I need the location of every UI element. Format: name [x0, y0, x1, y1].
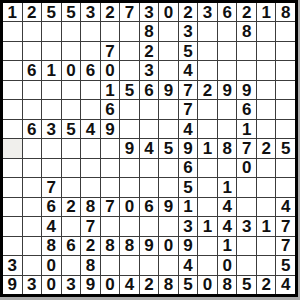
cell-r15c3[interactable]: 0	[42, 276, 61, 294]
cell-r2c4[interactable]	[62, 22, 81, 40]
cell-r5c1[interactable]	[3, 81, 22, 99]
cell-r11c2[interactable]	[23, 198, 42, 216]
cell-r8c8[interactable]: 4	[140, 139, 159, 157]
cell-r2c6[interactable]	[101, 22, 120, 40]
cell-r6c15[interactable]	[276, 100, 295, 118]
number-grid-board: 1255327302362188387256106034156972996766…	[3, 3, 295, 294]
cell-r11c1[interactable]	[3, 198, 22, 216]
cell-r5c11[interactable]: 2	[198, 81, 217, 99]
cell-r6c14[interactable]	[257, 100, 276, 118]
cell-r9c8[interactable]	[140, 159, 159, 177]
cell-r15c2[interactable]: 3	[23, 276, 42, 294]
cell-r15c7[interactable]: 4	[120, 276, 139, 294]
cell-r4c14[interactable]	[257, 61, 276, 79]
cell-r12c13[interactable]: 3	[237, 217, 256, 235]
cell-r14c10[interactable]: 4	[179, 256, 198, 274]
cell-r11c13[interactable]	[237, 198, 256, 216]
cell-r14c7[interactable]	[120, 256, 139, 274]
cell-r7c12[interactable]	[218, 120, 237, 138]
cell-r3c12[interactable]	[218, 42, 237, 60]
cell-r9c11[interactable]	[198, 159, 217, 177]
cell-r5c15[interactable]	[276, 81, 295, 99]
cell-r8c10[interactable]: 9	[179, 139, 198, 157]
cell-r11c6[interactable]: 7	[101, 198, 120, 216]
cell-r2c12[interactable]	[218, 22, 237, 40]
cell-r7c1[interactable]	[3, 120, 22, 138]
cell-r5c13[interactable]: 9	[237, 81, 256, 99]
cell-r1c9[interactable]: 0	[159, 3, 178, 21]
cell-r10c6[interactable]	[101, 178, 120, 196]
cell-r7c5[interactable]: 4	[81, 120, 100, 138]
cell-r13c3[interactable]: 8	[42, 237, 61, 255]
cell-r9c5[interactable]	[81, 159, 100, 177]
cell-r3c5[interactable]	[81, 42, 100, 60]
cell-r10c5[interactable]	[81, 178, 100, 196]
cell-r3c9[interactable]	[159, 42, 178, 60]
cell-r15c4[interactable]: 3	[62, 276, 81, 294]
cell-r15c13[interactable]: 5	[237, 276, 256, 294]
cell-r7c15[interactable]	[276, 120, 295, 138]
cell-r3c3[interactable]	[42, 42, 61, 60]
cell-r4c11[interactable]	[198, 61, 217, 79]
cell-r12c9[interactable]	[159, 217, 178, 235]
cell-r14c6[interactable]	[101, 256, 120, 274]
cell-r11c11[interactable]	[198, 198, 217, 216]
cell-r5c14[interactable]	[257, 81, 276, 99]
cell-r13c13[interactable]	[237, 237, 256, 255]
cell-r1c15[interactable]: 8	[276, 3, 295, 21]
cell-r2c13[interactable]: 8	[237, 22, 256, 40]
cell-r1c7[interactable]: 7	[120, 3, 139, 21]
cell-r9c10[interactable]: 6	[179, 159, 198, 177]
cell-r10c12[interactable]: 1	[218, 178, 237, 196]
cell-r15c1[interactable]: 9	[3, 276, 22, 294]
cell-r3c4[interactable]	[62, 42, 81, 60]
cell-r10c15[interactable]	[276, 178, 295, 196]
cell-r11c10[interactable]: 1	[179, 198, 198, 216]
cell-r13c8[interactable]: 9	[140, 237, 159, 255]
cell-r10c11[interactable]	[198, 178, 217, 196]
cell-r2c7[interactable]	[120, 22, 139, 40]
cell-r7c13[interactable]: 1	[237, 120, 256, 138]
cell-r8c3[interactable]	[42, 139, 61, 157]
cell-r6c9[interactable]	[159, 100, 178, 118]
cell-r3c2[interactable]	[23, 42, 42, 60]
cell-r8c7[interactable]: 9	[120, 139, 139, 157]
cell-r1c3[interactable]: 5	[42, 3, 61, 21]
cell-r7c4[interactable]: 5	[62, 120, 81, 138]
cell-r14c14[interactable]	[257, 256, 276, 274]
cell-r2c8[interactable]: 8	[140, 22, 159, 40]
cell-r3c7[interactable]	[120, 42, 139, 60]
cell-r2c14[interactable]	[257, 22, 276, 40]
cell-r13c9[interactable]: 0	[159, 237, 178, 255]
cell-r4c9[interactable]	[159, 61, 178, 79]
cell-r15c5[interactable]: 9	[81, 276, 100, 294]
cell-r8c12[interactable]: 8	[218, 139, 237, 157]
cell-r6c13[interactable]: 6	[237, 100, 256, 118]
cell-r2c3[interactable]	[42, 22, 61, 40]
cell-r2c1[interactable]	[3, 22, 22, 40]
cell-r12c1[interactable]	[3, 217, 22, 235]
cell-r1c10[interactable]: 2	[179, 3, 198, 21]
cell-r6c3[interactable]	[42, 100, 61, 118]
cell-r13c4[interactable]: 6	[62, 237, 81, 255]
cell-r12c8[interactable]	[140, 217, 159, 235]
cell-r13c11[interactable]	[198, 237, 217, 255]
cell-r14c9[interactable]	[159, 256, 178, 274]
cell-r2c11[interactable]	[198, 22, 217, 40]
cell-r4c5[interactable]: 6	[81, 61, 100, 79]
cell-r4c4[interactable]: 0	[62, 61, 81, 79]
cell-r3c14[interactable]	[257, 42, 276, 60]
cell-r3c15[interactable]	[276, 42, 295, 60]
cell-r11c9[interactable]: 9	[159, 198, 178, 216]
cell-r14c11[interactable]	[198, 256, 217, 274]
cell-r13c15[interactable]: 7	[276, 237, 295, 255]
cell-r15c14[interactable]: 2	[257, 276, 276, 294]
cell-r14c2[interactable]	[23, 256, 42, 274]
cell-r1c13[interactable]: 2	[237, 3, 256, 21]
cell-r1c4[interactable]: 5	[62, 3, 81, 21]
cell-r1c14[interactable]: 1	[257, 3, 276, 21]
cell-r3c8[interactable]: 2	[140, 42, 159, 60]
cell-r1c8[interactable]: 3	[140, 3, 159, 21]
cell-r5c4[interactable]	[62, 81, 81, 99]
cell-r12c12[interactable]: 4	[218, 217, 237, 235]
cell-r2c15[interactable]	[276, 22, 295, 40]
cell-r10c14[interactable]	[257, 178, 276, 196]
cell-r11c5[interactable]: 8	[81, 198, 100, 216]
cell-r8c4[interactable]	[62, 139, 81, 157]
cell-r4c7[interactable]	[120, 61, 139, 79]
cell-r14c4[interactable]	[62, 256, 81, 274]
cell-r9c6[interactable]	[101, 159, 120, 177]
cell-r1c1[interactable]: 1	[3, 3, 22, 21]
cell-r8c15[interactable]: 5	[276, 139, 295, 157]
cell-r12c5[interactable]: 7	[81, 217, 100, 235]
cell-r12c10[interactable]: 3	[179, 217, 198, 235]
cell-r11c7[interactable]: 0	[120, 198, 139, 216]
cell-r3c13[interactable]	[237, 42, 256, 60]
cell-r6c5[interactable]	[81, 100, 100, 118]
cell-r15c8[interactable]: 2	[140, 276, 159, 294]
cell-r10c3[interactable]: 7	[42, 178, 61, 196]
cell-r15c6[interactable]: 0	[101, 276, 120, 294]
cell-r4c13[interactable]	[237, 61, 256, 79]
cell-r6c7[interactable]	[120, 100, 139, 118]
cell-r14c5[interactable]: 8	[81, 256, 100, 274]
cell-r5c12[interactable]: 9	[218, 81, 237, 99]
cell-r13c10[interactable]: 9	[179, 237, 198, 255]
cell-r13c2[interactable]	[23, 237, 42, 255]
cell-r11c3[interactable]: 6	[42, 198, 61, 216]
cell-r9c1[interactable]	[3, 159, 22, 177]
cell-r9c4[interactable]	[62, 159, 81, 177]
cell-r12c3[interactable]: 4	[42, 217, 61, 235]
cell-r5c8[interactable]: 6	[140, 81, 159, 99]
cell-r5c9[interactable]: 9	[159, 81, 178, 99]
cell-r4c15[interactable]	[276, 61, 295, 79]
cell-r1c12[interactable]: 6	[218, 3, 237, 21]
cell-r8c6[interactable]	[101, 139, 120, 157]
cell-r6c4[interactable]	[62, 100, 81, 118]
cell-r4c8[interactable]: 3	[140, 61, 159, 79]
cell-r1c11[interactable]: 3	[198, 3, 217, 21]
cell-r8c13[interactable]: 7	[237, 139, 256, 157]
cell-r6c12[interactable]	[218, 100, 237, 118]
cell-r15c15[interactable]: 4	[276, 276, 295, 294]
cell-r11c4[interactable]: 2	[62, 198, 81, 216]
cell-r5c7[interactable]: 5	[120, 81, 139, 99]
cell-r8c1[interactable]	[3, 139, 22, 157]
cell-r4c12[interactable]	[218, 61, 237, 79]
cell-r12c7[interactable]	[120, 217, 139, 235]
cell-r13c12[interactable]: 1	[218, 237, 237, 255]
cell-r15c9[interactable]: 8	[159, 276, 178, 294]
cell-r9c15[interactable]	[276, 159, 295, 177]
cell-r9c2[interactable]	[23, 159, 42, 177]
cell-r4c6[interactable]: 0	[101, 61, 120, 79]
cell-r9c14[interactable]	[257, 159, 276, 177]
cell-r15c10[interactable]: 5	[179, 276, 198, 294]
cell-r5c6[interactable]: 1	[101, 81, 120, 99]
cell-r6c11[interactable]	[198, 100, 217, 118]
cell-r9c7[interactable]	[120, 159, 139, 177]
cell-r4c10[interactable]: 4	[179, 61, 198, 79]
cell-r2c9[interactable]	[159, 22, 178, 40]
cell-r13c5[interactable]: 2	[81, 237, 100, 255]
cell-r3c11[interactable]	[198, 42, 217, 60]
cell-r8c5[interactable]	[81, 139, 100, 157]
cell-r4c1[interactable]	[3, 61, 22, 79]
puzzle-page: 1255327302362188387256106034156972996766…	[0, 0, 300, 300]
cell-r5c10[interactable]: 7	[179, 81, 198, 99]
cell-r10c9[interactable]	[159, 178, 178, 196]
cell-r12c2[interactable]	[23, 217, 42, 235]
cell-r10c2[interactable]	[23, 178, 42, 196]
cell-r14c12[interactable]: 0	[218, 256, 237, 274]
cell-r8c9[interactable]: 5	[159, 139, 178, 157]
cell-r13c1[interactable]	[3, 237, 22, 255]
cell-r4c2[interactable]: 6	[23, 61, 42, 79]
cell-r12c14[interactable]: 1	[257, 217, 276, 235]
cell-r10c1[interactable]	[3, 178, 22, 196]
cell-r11c12[interactable]: 4	[218, 198, 237, 216]
cell-r9c9[interactable]	[159, 159, 178, 177]
cell-r12c6[interactable]	[101, 217, 120, 235]
cell-r15c11[interactable]: 0	[198, 276, 217, 294]
cell-r2c2[interactable]	[23, 22, 42, 40]
cell-r7c11[interactable]	[198, 120, 217, 138]
cell-r10c10[interactable]: 5	[179, 178, 198, 196]
cell-r12c4[interactable]	[62, 217, 81, 235]
cell-r13c14[interactable]	[257, 237, 276, 255]
cell-r13c6[interactable]: 8	[101, 237, 120, 255]
cell-r12c11[interactable]: 1	[198, 217, 217, 235]
cell-r8c11[interactable]: 1	[198, 139, 217, 157]
cell-r7c3[interactable]: 3	[42, 120, 61, 138]
cell-r14c13[interactable]	[237, 256, 256, 274]
cell-r7c7[interactable]	[120, 120, 139, 138]
cell-r10c13[interactable]	[237, 178, 256, 196]
cell-r15c12[interactable]: 8	[218, 276, 237, 294]
cell-r11c15[interactable]: 4	[276, 198, 295, 216]
cell-r9c12[interactable]	[218, 159, 237, 177]
cell-r13c7[interactable]: 8	[120, 237, 139, 255]
cell-r7c8[interactable]	[140, 120, 159, 138]
cell-r7c9[interactable]	[159, 120, 178, 138]
cell-r11c8[interactable]: 6	[140, 198, 159, 216]
cell-r6c2[interactable]	[23, 100, 42, 118]
cell-r3c10[interactable]: 5	[179, 42, 198, 60]
cell-r8c14[interactable]: 2	[257, 139, 276, 157]
cell-r9c13[interactable]: 0	[237, 159, 256, 177]
cell-r14c15[interactable]: 5	[276, 256, 295, 274]
cell-r11c14[interactable]	[257, 198, 276, 216]
cell-r6c10[interactable]: 7	[179, 100, 198, 118]
cell-r1c5[interactable]: 3	[81, 3, 100, 21]
cell-r6c1[interactable]	[3, 100, 22, 118]
cell-r9c3[interactable]	[42, 159, 61, 177]
cell-r4c3[interactable]: 1	[42, 61, 61, 79]
cell-r8c2[interactable]	[23, 139, 42, 157]
cell-r5c5[interactable]	[81, 81, 100, 99]
cell-r1c2[interactable]: 2	[23, 3, 42, 21]
cell-r5c3[interactable]	[42, 81, 61, 99]
cell-r1c6[interactable]: 2	[101, 3, 120, 21]
cell-r14c1[interactable]: 3	[3, 256, 22, 274]
cell-r7c14[interactable]	[257, 120, 276, 138]
cell-r10c4[interactable]	[62, 178, 81, 196]
cell-r3c6[interactable]: 7	[101, 42, 120, 60]
cell-r2c5[interactable]	[81, 22, 100, 40]
cell-r7c2[interactable]: 6	[23, 120, 42, 138]
cell-r12c15[interactable]: 7	[276, 217, 295, 235]
cell-r2c10[interactable]: 3	[179, 22, 198, 40]
cell-r5c2[interactable]	[23, 81, 42, 99]
cell-r10c8[interactable]	[140, 178, 159, 196]
cell-r7c10[interactable]: 4	[179, 120, 198, 138]
cell-r10c7[interactable]	[120, 178, 139, 196]
cell-r7c6[interactable]: 9	[101, 120, 120, 138]
cell-r6c8[interactable]	[140, 100, 159, 118]
cell-r6c6[interactable]: 6	[101, 100, 120, 118]
cell-r14c3[interactable]: 0	[42, 256, 61, 274]
cell-r14c8[interactable]	[140, 256, 159, 274]
cell-r3c1[interactable]	[3, 42, 22, 60]
